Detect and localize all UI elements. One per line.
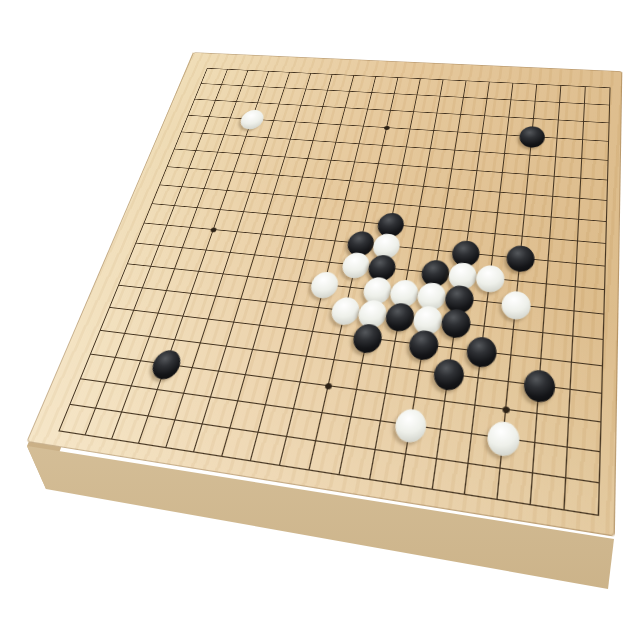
star-point: [383, 125, 389, 129]
black-stone: [518, 125, 545, 148]
go-board: [58, 68, 610, 516]
black-stone: [407, 329, 440, 362]
white-stone: [500, 290, 531, 321]
white-stone: [238, 109, 266, 130]
go-board-product-photo: [0, 0, 640, 640]
white-stone: [339, 251, 371, 279]
black-stone: [350, 322, 384, 354]
black-stone: [505, 244, 535, 273]
white-stone: [485, 419, 520, 457]
black-stone: [522, 368, 555, 404]
white-stone: [308, 270, 340, 299]
white-stone: [392, 407, 427, 444]
white-stone: [328, 296, 361, 326]
black-stone: [148, 348, 184, 380]
star-point: [210, 227, 217, 232]
white-stone: [474, 264, 505, 293]
black-stone: [465, 335, 498, 368]
star-point: [324, 382, 332, 389]
black-stone: [383, 301, 416, 332]
black-stone: [431, 357, 465, 391]
black-stone: [439, 307, 471, 339]
star-point: [502, 406, 510, 413]
